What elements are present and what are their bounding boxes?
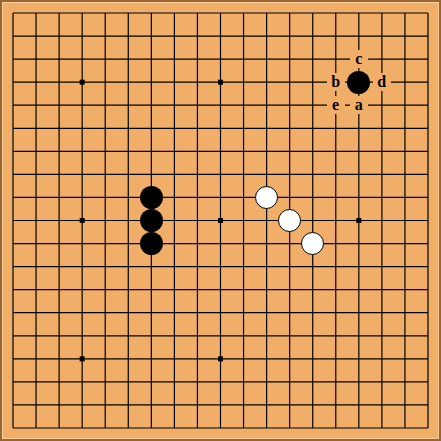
stone-white-m11[interactable] xyxy=(255,186,278,209)
move-label-d[interactable]: d xyxy=(373,73,391,91)
stone-white-n10[interactable] xyxy=(278,209,301,232)
move-label-b[interactable]: b xyxy=(327,73,345,91)
move-label-c[interactable]: c xyxy=(350,50,368,68)
move-label-a[interactable]: a xyxy=(350,96,368,114)
stone-black-g9[interactable] xyxy=(140,232,163,255)
go-board[interactable]: cbdea xyxy=(0,0,441,441)
intersection-grid: cbdea xyxy=(1,1,439,439)
stone-black-q16[interactable] xyxy=(347,71,370,94)
stone-black-g10[interactable] xyxy=(140,209,163,232)
move-label-e[interactable]: e xyxy=(327,96,345,114)
stone-white-o9[interactable] xyxy=(301,232,324,255)
stone-black-g11[interactable] xyxy=(140,186,163,209)
